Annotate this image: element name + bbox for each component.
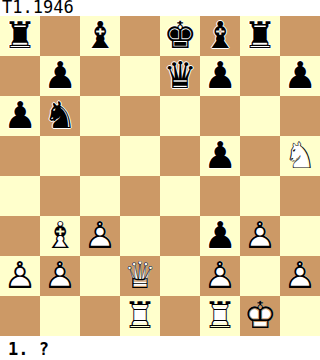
black-pawn: ♟ xyxy=(200,136,240,176)
square-f7[interactable]: ♟ xyxy=(200,56,240,96)
square-h5[interactable]: ♞♘ xyxy=(280,136,320,176)
square-f6[interactable] xyxy=(200,96,240,136)
square-f8[interactable]: ♝ xyxy=(200,16,240,56)
black-knight: ♞ xyxy=(40,96,80,136)
square-d7[interactable] xyxy=(120,56,160,96)
square-e5[interactable] xyxy=(160,136,200,176)
black-rook: ♜ xyxy=(0,16,40,56)
square-b3[interactable]: ♝♗ xyxy=(40,216,80,256)
white-rook: ♜♖ xyxy=(200,296,240,336)
square-g2[interactable] xyxy=(240,256,280,296)
square-b4[interactable] xyxy=(40,176,80,216)
square-b6[interactable]: ♞ xyxy=(40,96,80,136)
white-king: ♚♔ xyxy=(240,296,280,336)
square-h1[interactable] xyxy=(280,296,320,336)
square-e2[interactable] xyxy=(160,256,200,296)
move-prompt: 1. ? xyxy=(0,336,320,360)
square-a6[interactable]: ♟ xyxy=(0,96,40,136)
square-g7[interactable] xyxy=(240,56,280,96)
square-e6[interactable] xyxy=(160,96,200,136)
black-pawn: ♟ xyxy=(40,56,80,96)
square-h2[interactable]: ♟♙ xyxy=(280,256,320,296)
square-a5[interactable] xyxy=(0,136,40,176)
square-f2[interactable]: ♟♙ xyxy=(200,256,240,296)
square-a7[interactable] xyxy=(0,56,40,96)
square-e3[interactable] xyxy=(160,216,200,256)
white-rook: ♜♖ xyxy=(120,296,160,336)
square-e7[interactable]: ♛ xyxy=(160,56,200,96)
square-d4[interactable] xyxy=(120,176,160,216)
square-b8[interactable] xyxy=(40,16,80,56)
square-d2[interactable]: ♛♕ xyxy=(120,256,160,296)
square-e4[interactable] xyxy=(160,176,200,216)
white-knight: ♞♘ xyxy=(280,136,320,176)
black-bishop: ♝ xyxy=(200,16,240,56)
square-f5[interactable]: ♟ xyxy=(200,136,240,176)
square-d6[interactable] xyxy=(120,96,160,136)
square-d3[interactable] xyxy=(120,216,160,256)
white-pawn: ♟♙ xyxy=(200,256,240,296)
square-h3[interactable] xyxy=(280,216,320,256)
square-c1[interactable] xyxy=(80,296,120,336)
black-rook: ♜ xyxy=(240,16,280,56)
square-a2[interactable]: ♟♙ xyxy=(0,256,40,296)
square-b1[interactable] xyxy=(40,296,80,336)
square-h7[interactable]: ♟ xyxy=(280,56,320,96)
square-g4[interactable] xyxy=(240,176,280,216)
chess-board[interactable]: ♜♝♚♝♜♟♛♟♟♟♞♟♞♘♝♗♟♙♟♟♙♟♙♟♙♛♕♟♙♟♙♜♖♜♖♚♔ xyxy=(0,16,320,336)
black-pawn: ♟ xyxy=(200,216,240,256)
black-pawn: ♟ xyxy=(200,56,240,96)
square-b5[interactable] xyxy=(40,136,80,176)
square-c3[interactable]: ♟♙ xyxy=(80,216,120,256)
square-g3[interactable]: ♟♙ xyxy=(240,216,280,256)
square-b7[interactable]: ♟ xyxy=(40,56,80,96)
square-h8[interactable] xyxy=(280,16,320,56)
square-d8[interactable] xyxy=(120,16,160,56)
white-pawn: ♟♙ xyxy=(280,256,320,296)
black-pawn: ♟ xyxy=(0,96,40,136)
square-d5[interactable] xyxy=(120,136,160,176)
square-c7[interactable] xyxy=(80,56,120,96)
square-a4[interactable] xyxy=(0,176,40,216)
square-c2[interactable] xyxy=(80,256,120,296)
square-h6[interactable] xyxy=(280,96,320,136)
white-bishop: ♝♗ xyxy=(40,216,80,256)
black-queen: ♛ xyxy=(160,56,200,96)
chess-diagram-page: T1.1946 ♜♝♚♝♜♟♛♟♟♟♞♟♞♘♝♗♟♙♟♟♙♟♙♟♙♛♕♟♙♟♙♜… xyxy=(0,0,320,360)
black-pawn: ♟ xyxy=(280,56,320,96)
white-queen: ♛♕ xyxy=(120,256,160,296)
square-e8[interactable]: ♚ xyxy=(160,16,200,56)
square-d1[interactable]: ♜♖ xyxy=(120,296,160,336)
white-pawn: ♟♙ xyxy=(0,256,40,296)
black-bishop: ♝ xyxy=(80,16,120,56)
square-e1[interactable] xyxy=(160,296,200,336)
square-b2[interactable]: ♟♙ xyxy=(40,256,80,296)
square-c5[interactable] xyxy=(80,136,120,176)
square-g6[interactable] xyxy=(240,96,280,136)
white-pawn: ♟♙ xyxy=(240,216,280,256)
square-g8[interactable]: ♜ xyxy=(240,16,280,56)
square-f4[interactable] xyxy=(200,176,240,216)
square-f3[interactable]: ♟ xyxy=(200,216,240,256)
white-pawn: ♟♙ xyxy=(80,216,120,256)
square-g5[interactable] xyxy=(240,136,280,176)
square-h4[interactable] xyxy=(280,176,320,216)
square-c8[interactable]: ♝ xyxy=(80,16,120,56)
square-g1[interactable]: ♚♔ xyxy=(240,296,280,336)
black-king: ♚ xyxy=(160,16,200,56)
square-c4[interactable] xyxy=(80,176,120,216)
square-a8[interactable]: ♜ xyxy=(0,16,40,56)
square-c6[interactable] xyxy=(80,96,120,136)
square-a3[interactable] xyxy=(0,216,40,256)
white-pawn: ♟♙ xyxy=(40,256,80,296)
square-f1[interactable]: ♜♖ xyxy=(200,296,240,336)
square-a1[interactable] xyxy=(0,296,40,336)
